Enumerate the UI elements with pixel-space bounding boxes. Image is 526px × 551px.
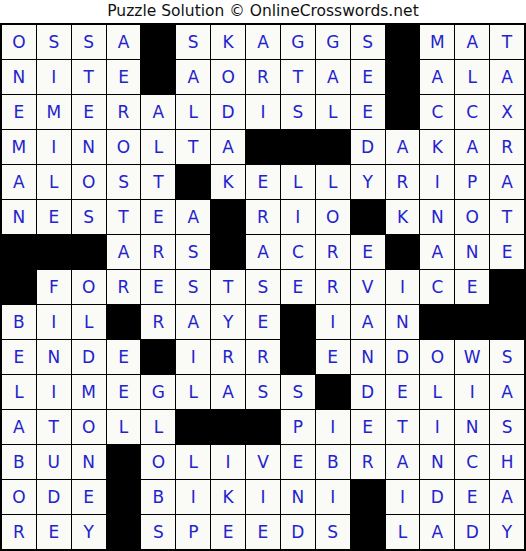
letter-cell: R — [316, 270, 350, 304]
letter-cell: R — [107, 95, 141, 129]
letter-cell: E — [351, 235, 385, 269]
letter-cell: L — [107, 410, 141, 444]
letter-cell: N — [386, 305, 420, 339]
block-cell — [141, 60, 175, 94]
block-cell — [351, 515, 385, 549]
letter-cell: I — [211, 445, 245, 479]
letter-cell: N — [2, 60, 36, 94]
letter-cell: N — [281, 480, 315, 514]
letter-cell: R — [246, 60, 280, 94]
block-cell — [141, 340, 175, 374]
letter-cell: A — [246, 25, 280, 59]
letter-cell: A — [351, 305, 385, 339]
letter-cell: B — [2, 445, 36, 479]
letter-cell: I — [455, 375, 489, 409]
letter-cell: E — [211, 515, 245, 549]
letter-cell: O — [211, 60, 245, 94]
letter-cell: S — [72, 25, 106, 59]
letter-cell: A — [107, 235, 141, 269]
block-cell — [386, 25, 420, 59]
letter-cell: K — [211, 25, 245, 59]
letter-cell: E — [316, 340, 350, 374]
letter-cell: E — [72, 95, 106, 129]
block-cell — [281, 305, 315, 339]
letter-cell: S — [141, 515, 175, 549]
letter-cell: E — [2, 340, 36, 374]
letter-cell: E — [246, 515, 280, 549]
letter-cell: C — [420, 270, 454, 304]
block-cell — [316, 375, 350, 409]
letter-cell: I — [246, 95, 280, 129]
letter-cell: T — [107, 200, 141, 234]
letter-cell: G — [316, 25, 350, 59]
letter-cell: N — [455, 410, 489, 444]
letter-cell: V — [351, 270, 385, 304]
letter-cell: T — [211, 270, 245, 304]
letter-cell: I — [176, 480, 210, 514]
block-cell — [72, 235, 106, 269]
block-cell — [246, 410, 280, 444]
letter-cell: F — [37, 270, 71, 304]
letter-cell: I — [37, 130, 71, 164]
letter-cell: R — [107, 270, 141, 304]
letter-cell: I — [386, 480, 420, 514]
letter-cell: E — [141, 200, 175, 234]
letter-cell: N — [420, 200, 454, 234]
letter-cell: N — [420, 445, 454, 479]
letter-cell: N — [2, 200, 36, 234]
letter-cell: I — [316, 410, 350, 444]
letter-cell: A — [141, 95, 175, 129]
letter-cell: L — [72, 305, 106, 339]
letter-cell: I — [316, 305, 350, 339]
letter-cell: E — [351, 410, 385, 444]
letter-cell: P — [176, 515, 210, 549]
letter-cell: L — [420, 375, 454, 409]
letter-cell: I — [37, 375, 71, 409]
letter-cell: E — [386, 375, 420, 409]
letter-cell: R — [386, 165, 420, 199]
letter-cell: I — [37, 305, 71, 339]
letter-cell: S — [37, 25, 71, 59]
letter-cell: B — [2, 305, 36, 339]
letter-cell: A — [2, 165, 36, 199]
letter-cell: T — [490, 200, 524, 234]
block-cell — [141, 25, 175, 59]
letter-cell: A — [211, 375, 245, 409]
letter-cell: S — [176, 235, 210, 269]
letter-cell: C — [420, 95, 454, 129]
letter-cell: S — [281, 375, 315, 409]
letter-cell: E — [107, 60, 141, 94]
letter-cell: S — [490, 340, 524, 374]
letter-cell: N — [455, 235, 489, 269]
letter-cell: I — [386, 270, 420, 304]
letter-cell: R — [211, 340, 245, 374]
letter-cell: T — [37, 410, 71, 444]
letter-cell: A — [176, 305, 210, 339]
letter-cell: A — [316, 60, 350, 94]
block-cell — [386, 235, 420, 269]
letter-cell: S — [490, 410, 524, 444]
letter-cell: V — [246, 445, 280, 479]
letter-cell: A — [176, 200, 210, 234]
letter-cell: S — [351, 25, 385, 59]
letter-cell: R — [246, 200, 280, 234]
block-cell — [490, 270, 524, 304]
letter-cell: I — [281, 200, 315, 234]
letter-cell: E — [37, 200, 71, 234]
letter-cell: B — [316, 445, 350, 479]
letter-cell: S — [176, 25, 210, 59]
letter-cell: U — [37, 445, 71, 479]
letter-cell: I — [420, 410, 454, 444]
letter-cell: M — [72, 375, 106, 409]
block-cell — [107, 445, 141, 479]
letter-cell: A — [176, 60, 210, 94]
block-cell — [246, 130, 280, 164]
letter-cell: E — [72, 480, 106, 514]
letter-cell: S — [176, 270, 210, 304]
letter-cell: A — [420, 235, 454, 269]
letter-cell: W — [455, 340, 489, 374]
letter-cell: O — [72, 410, 106, 444]
letter-cell: L — [316, 165, 350, 199]
letter-cell: K — [211, 480, 245, 514]
block-cell — [351, 200, 385, 234]
letter-cell: E — [455, 270, 489, 304]
letter-cell: D — [211, 95, 245, 129]
letter-cell: D — [37, 480, 71, 514]
letter-cell: N — [72, 130, 106, 164]
letter-cell: T — [386, 410, 420, 444]
letter-cell: O — [107, 130, 141, 164]
letter-cell: O — [141, 445, 175, 479]
letter-cell: D — [420, 480, 454, 514]
letter-cell: Y — [72, 515, 106, 549]
letter-cell: Y — [490, 515, 524, 549]
letter-cell: A — [490, 375, 524, 409]
letter-cell: L — [37, 165, 71, 199]
block-cell — [455, 305, 489, 339]
letter-cell: A — [246, 235, 280, 269]
letter-cell: L — [316, 95, 350, 129]
block-cell — [316, 130, 350, 164]
letter-cell: O — [316, 200, 350, 234]
letter-cell: M — [420, 25, 454, 59]
block-cell — [281, 340, 315, 374]
letter-cell: T — [281, 60, 315, 94]
letter-cell: S — [246, 270, 280, 304]
letter-cell: E — [107, 375, 141, 409]
letter-cell: R — [316, 235, 350, 269]
letter-cell: D — [281, 515, 315, 549]
letter-cell: N — [72, 445, 106, 479]
letter-cell: E — [246, 165, 280, 199]
letter-cell: S — [246, 375, 280, 409]
letter-cell: S — [316, 515, 350, 549]
letter-cell: C — [281, 235, 315, 269]
letter-cell: H — [490, 445, 524, 479]
letter-cell: P — [281, 410, 315, 444]
letter-cell: G — [281, 25, 315, 59]
block-cell — [2, 270, 36, 304]
letter-cell: T — [176, 130, 210, 164]
letter-cell: A — [490, 60, 524, 94]
block-cell — [211, 200, 245, 234]
block-cell — [420, 305, 454, 339]
letter-cell: A — [2, 410, 36, 444]
letter-cell: E — [107, 340, 141, 374]
letter-cell: A — [490, 165, 524, 199]
letter-cell: E — [490, 235, 524, 269]
letter-cell: C — [455, 95, 489, 129]
puzzle-solution-page: Puzzle Solution © OnlineCrosswords.net O… — [0, 0, 526, 551]
letter-cell: O — [72, 270, 106, 304]
block-cell — [107, 305, 141, 339]
letter-cell: O — [455, 200, 489, 234]
letter-cell: I — [37, 60, 71, 94]
letter-cell: A — [420, 515, 454, 549]
letter-cell: R — [141, 235, 175, 269]
letter-cell: R — [2, 515, 36, 549]
letter-cell: L — [176, 445, 210, 479]
letter-cell: N — [351, 340, 385, 374]
block-cell — [490, 305, 524, 339]
block-cell — [37, 235, 71, 269]
letter-cell: L — [281, 165, 315, 199]
letter-cell: R — [490, 130, 524, 164]
letter-cell: S — [281, 95, 315, 129]
letter-cell: O — [2, 25, 36, 59]
block-cell — [281, 130, 315, 164]
letter-cell: R — [351, 445, 385, 479]
letter-cell: L — [2, 375, 36, 409]
block-cell — [211, 235, 245, 269]
letter-cell: L — [386, 515, 420, 549]
letter-cell: P — [455, 165, 489, 199]
letter-cell: A — [455, 25, 489, 59]
letter-cell: E — [281, 270, 315, 304]
letter-cell: A — [107, 25, 141, 59]
letter-cell: S — [72, 200, 106, 234]
letter-cell: I — [316, 480, 350, 514]
page-title: Puzzle Solution © OnlineCrosswords.net — [0, 0, 526, 23]
letter-cell: L — [176, 95, 210, 129]
letter-cell: D — [386, 340, 420, 374]
crossword-grid: OSSASKAGGSMATNITEAORTAEALAEMERALDISLECCX… — [0, 23, 526, 551]
letter-cell: R — [246, 340, 280, 374]
block-cell — [176, 165, 210, 199]
letter-cell: L — [141, 410, 175, 444]
block-cell — [107, 480, 141, 514]
block-cell — [211, 410, 245, 444]
letter-cell: E — [2, 95, 36, 129]
letter-cell: N — [37, 340, 71, 374]
block-cell — [176, 410, 210, 444]
letter-cell: R — [141, 305, 175, 339]
letter-cell: A — [420, 60, 454, 94]
letter-cell: K — [386, 200, 420, 234]
letter-cell: K — [420, 130, 454, 164]
letter-cell: S — [107, 165, 141, 199]
letter-cell: A — [455, 130, 489, 164]
letter-cell: D — [72, 340, 106, 374]
letter-cell: D — [351, 375, 385, 409]
letter-cell: I — [176, 340, 210, 374]
letter-cell: T — [490, 25, 524, 59]
letter-cell: B — [141, 480, 175, 514]
letter-cell: E — [351, 95, 385, 129]
letter-cell: G — [141, 375, 175, 409]
letter-cell: M — [37, 95, 71, 129]
block-cell — [386, 95, 420, 129]
letter-cell: E — [351, 60, 385, 94]
letter-cell: Y — [211, 305, 245, 339]
letter-cell: L — [176, 375, 210, 409]
letter-cell: L — [455, 60, 489, 94]
block-cell — [351, 480, 385, 514]
letter-cell: E — [37, 515, 71, 549]
letter-cell: A — [386, 130, 420, 164]
letter-cell: E — [281, 445, 315, 479]
block-cell — [107, 515, 141, 549]
block-cell — [2, 235, 36, 269]
letter-cell: O — [72, 165, 106, 199]
letter-cell: A — [490, 480, 524, 514]
letter-cell: I — [420, 165, 454, 199]
letter-cell: Y — [351, 165, 385, 199]
letter-cell: K — [211, 165, 245, 199]
letter-cell: C — [455, 445, 489, 479]
letter-cell: X — [490, 95, 524, 129]
letter-cell: L — [141, 130, 175, 164]
letter-cell: T — [141, 165, 175, 199]
letter-cell: D — [351, 130, 385, 164]
letter-cell: E — [141, 270, 175, 304]
letter-cell: M — [2, 130, 36, 164]
letter-cell: A — [386, 445, 420, 479]
block-cell — [386, 60, 420, 94]
letter-cell: A — [211, 130, 245, 164]
letter-cell: E — [246, 305, 280, 339]
letter-cell: E — [455, 480, 489, 514]
letter-cell: T — [72, 60, 106, 94]
letter-cell: O — [2, 480, 36, 514]
letter-cell: D — [455, 515, 489, 549]
letter-cell: I — [246, 480, 280, 514]
letter-cell: O — [420, 340, 454, 374]
